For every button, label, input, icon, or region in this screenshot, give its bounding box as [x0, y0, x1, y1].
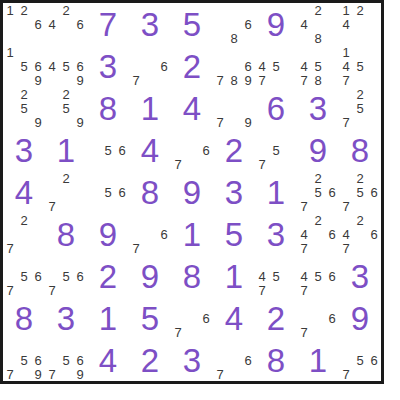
pencil-mark-4: 4: [255, 269, 269, 283]
solved-digit: 5: [225, 218, 243, 251]
cell-r5c8[interactable]: 2567: [297, 171, 340, 214]
pencil-mark-6: 6: [31, 269, 45, 283]
cell-r2c4[interactable]: 67: [129, 45, 172, 88]
pencil-slot-empty: [157, 213, 171, 227]
solved-digit: 7: [99, 8, 117, 41]
pencil-slot-empty: [297, 297, 311, 311]
pencil-slot-empty: [185, 143, 199, 157]
pencil-slot-empty: [3, 213, 17, 227]
pencil-mark-2: 2: [353, 3, 367, 17]
pencil-slot-empty: [311, 227, 325, 241]
pencil-slot-empty: [101, 157, 115, 171]
cell-r8c5[interactable]: 67: [171, 297, 214, 340]
pencil-slot-empty: [269, 129, 283, 143]
pencil-mark-5: 5: [59, 269, 73, 283]
pencil-marks: 4569: [45, 45, 87, 87]
pencil-marks: 4578: [297, 45, 339, 87]
pencil-slot-empty: [367, 31, 381, 45]
pencil-slot-empty: [3, 101, 17, 115]
pencil-marks: 4567: [297, 255, 339, 297]
pencil-marks: 67: [129, 45, 171, 87]
pencil-slot-empty: [353, 45, 367, 59]
pencil-slot-empty: [227, 45, 241, 59]
pencil-mark-6: 6: [73, 59, 87, 73]
cell-r7c3[interactable]: 2: [87, 255, 131, 298]
pencil-slot-empty: [339, 171, 353, 185]
pencil-mark-5: 5: [17, 101, 31, 115]
pencil-slot-empty: [325, 283, 339, 297]
cell-r4c5[interactable]: 67: [171, 129, 214, 172]
pencil-mark-5: 5: [17, 353, 31, 367]
pencil-slot-empty: [45, 101, 59, 115]
solved-digit: 1: [99, 302, 117, 335]
pencil-mark-5: 5: [311, 269, 325, 283]
cell-r8c8[interactable]: 67: [297, 297, 340, 340]
pencil-mark-7: 7: [297, 241, 311, 255]
pencil-mark-7: 7: [339, 367, 353, 381]
pencil-mark-5: 5: [353, 185, 367, 199]
pencil-mark-6: 6: [241, 353, 255, 367]
cell-r7c7[interactable]: 457: [255, 255, 298, 298]
cell-r5c3[interactable]: 56: [87, 171, 131, 214]
pencil-slot-empty: [87, 171, 101, 185]
solved-digit: 8: [15, 302, 33, 335]
pencil-slot-empty: [115, 129, 129, 143]
pencil-slot-empty: [255, 45, 269, 59]
pencil-marks: 27: [3, 213, 45, 255]
pencil-slot-empty: [227, 115, 241, 129]
pencil-slot-empty: [73, 255, 87, 269]
pencil-slot-empty: [31, 241, 45, 255]
pencil-mark-7: 7: [45, 367, 59, 381]
cell-r4c7[interactable]: 57: [255, 129, 298, 172]
pencil-mark-2: 2: [353, 213, 367, 227]
pencil-mark-4: 4: [339, 227, 353, 241]
pencil-slot-empty: [297, 213, 311, 227]
solved-digit: 5: [183, 8, 201, 41]
cell-r8c3[interactable]: 1: [87, 297, 131, 340]
pencil-mark-5: 5: [269, 143, 283, 157]
pencil-marks: 567: [45, 255, 87, 297]
pencil-mark-6: 6: [367, 227, 381, 241]
pencil-slot-empty: [31, 45, 45, 59]
pencil-mark-7: 7: [339, 115, 353, 129]
pencil-marks: 1569: [3, 45, 45, 87]
pencil-slot-empty: [115, 199, 129, 213]
pencil-slot-empty: [143, 59, 157, 73]
pencil-mark-1: 1: [3, 3, 17, 17]
cell-r3c5[interactable]: 4: [171, 87, 214, 131]
pencil-slot-empty: [311, 255, 325, 269]
pencil-slot-empty: [3, 255, 17, 269]
cell-r6c8[interactable]: 2467: [297, 213, 340, 257]
cell-r1c7[interactable]: 9: [255, 3, 298, 46]
solved-digit: 4: [141, 134, 159, 167]
pencil-slot-empty: [311, 297, 325, 311]
pencil-slot-empty: [59, 115, 73, 129]
cell-r5c6[interactable]: 3: [213, 171, 257, 214]
pencil-slot-empty: [353, 115, 367, 129]
solved-digit: 3: [309, 92, 327, 125]
cell-r9c4[interactable]: 2: [129, 339, 172, 381]
pencil-mark-6: 6: [31, 17, 45, 31]
pencil-mark-2: 2: [59, 3, 73, 17]
pencil-mark-7: 7: [3, 283, 17, 297]
pencil-slot-empty: [45, 45, 59, 59]
pencil-slot-empty: [325, 3, 339, 17]
cell-r5c7[interactable]: 1: [255, 171, 298, 214]
solved-digit: 2: [183, 50, 201, 83]
pencil-slot-empty: [3, 59, 17, 73]
cell-r6c7[interactable]: 3: [255, 213, 298, 257]
pencil-mark-7: 7: [297, 73, 311, 87]
pencil-slot-empty: [213, 31, 227, 45]
pencil-slot-empty: [73, 87, 87, 101]
cell-r9c3[interactable]: 4: [87, 339, 131, 381]
pencil-slot-empty: [367, 241, 381, 255]
cell-r7c6[interactable]: 1: [213, 255, 257, 298]
pencil-mark-1: 1: [339, 45, 353, 59]
pencil-slot-empty: [31, 31, 45, 45]
pencil-mark-6: 6: [157, 59, 171, 73]
pencil-slot-empty: [213, 59, 227, 73]
pencil-mark-2: 2: [59, 171, 73, 185]
pencil-slot-empty: [59, 73, 73, 87]
pencil-slot-empty: [339, 339, 353, 353]
cell-r2c9[interactable]: 1457: [339, 45, 381, 88]
cell-r2c6[interactable]: 6789: [213, 45, 257, 88]
cell-r3c1[interactable]: 259: [3, 87, 46, 131]
pencil-slot-empty: [17, 255, 31, 269]
cell-r7c9[interactable]: 3: [339, 255, 381, 298]
solved-digit: 8: [267, 344, 285, 377]
cell-r2c3[interactable]: 3: [87, 45, 131, 88]
pencil-mark-7: 7: [213, 115, 227, 129]
pencil-slot-empty: [87, 129, 101, 143]
cell-r7c4[interactable]: 9: [129, 255, 172, 298]
pencil-mark-5: 5: [311, 59, 325, 73]
pencil-marks: 5679: [45, 339, 87, 381]
pencil-mark-6: 6: [325, 185, 339, 199]
cell-r3c6[interactable]: 79: [213, 87, 257, 131]
pencil-mark-6: 6: [325, 269, 339, 283]
cell-r2c7[interactable]: 457: [255, 45, 298, 88]
cell-r1c8[interactable]: 248: [297, 3, 340, 46]
cell-r4c4[interactable]: 4: [129, 129, 172, 172]
solved-digit: 3: [99, 50, 117, 83]
pencil-slot-empty: [339, 185, 353, 199]
pencil-slot-empty: [31, 339, 45, 353]
pencil-slot-empty: [143, 73, 157, 87]
pencil-slot-empty: [367, 199, 381, 213]
pencil-slot-empty: [283, 73, 297, 87]
pencil-slot-empty: [199, 157, 213, 171]
pencil-slot-empty: [171, 297, 185, 311]
pencil-slot-empty: [297, 3, 311, 17]
solved-digit: 1: [183, 218, 201, 251]
cell-r1c9[interactable]: 124: [339, 3, 381, 46]
pencil-slot-empty: [17, 73, 31, 87]
pencil-mark-2: 2: [59, 87, 73, 101]
pencil-slot-empty: [269, 283, 283, 297]
pencil-slot-empty: [325, 213, 339, 227]
cell-r4c3[interactable]: 56: [87, 129, 131, 172]
pencil-mark-5: 5: [269, 269, 283, 283]
solved-digit: 4: [183, 92, 201, 125]
cell-r1c1[interactable]: 126: [3, 3, 46, 46]
cell-r1c2[interactable]: 246: [45, 3, 88, 46]
pencil-slot-empty: [87, 143, 101, 157]
pencil-marks: 259: [3, 87, 45, 129]
cell-r8c1[interactable]: 8: [3, 297, 46, 340]
pencil-slot-empty: [199, 129, 213, 143]
pencil-slot-empty: [3, 17, 17, 31]
cell-r7c2[interactable]: 567: [45, 255, 88, 298]
pencil-slot-empty: [311, 199, 325, 213]
cell-r7c1[interactable]: 567: [3, 255, 46, 298]
pencil-slot-empty: [213, 101, 227, 115]
pencil-slot-empty: [31, 87, 45, 101]
pencil-slot-empty: [17, 31, 31, 45]
pencil-marks: 259: [45, 87, 87, 129]
solved-digit: 1: [225, 260, 243, 293]
solved-digit: 1: [309, 344, 327, 377]
pencil-slot-empty: [3, 73, 17, 87]
cell-r3c3[interactable]: 8: [87, 87, 131, 131]
cell-r5c1[interactable]: 4: [3, 171, 46, 214]
pencil-slot-empty: [157, 45, 171, 59]
pencil-mark-2: 2: [311, 171, 325, 185]
pencil-marks: 1457: [339, 45, 381, 87]
pencil-slot-empty: [367, 87, 381, 101]
cell-r2c8[interactable]: 4578: [297, 45, 340, 88]
pencil-marks: 567: [3, 255, 45, 297]
cell-r3c8[interactable]: 3: [297, 87, 340, 131]
pencil-slot-empty: [87, 185, 101, 199]
pencil-slot-empty: [283, 45, 297, 59]
pencil-mark-7: 7: [45, 283, 59, 297]
cell-r6c1[interactable]: 27: [3, 213, 46, 257]
pencil-slot-empty: [367, 101, 381, 115]
pencil-mark-4: 4: [297, 17, 311, 31]
pencil-slot-empty: [367, 59, 381, 73]
cell-r6c6[interactable]: 5: [213, 213, 257, 257]
pencil-mark-1: 1: [3, 45, 17, 59]
pencil-slot-empty: [213, 3, 227, 17]
cell-r1c3[interactable]: 7: [87, 3, 131, 46]
pencil-slot-empty: [353, 31, 367, 45]
pencil-slot-empty: [17, 283, 31, 297]
cell-r4c1[interactable]: 3: [3, 129, 46, 172]
cell-r8c6[interactable]: 4: [213, 297, 257, 340]
pencil-slot-empty: [73, 3, 87, 17]
pencil-mark-9: 9: [241, 115, 255, 129]
pencil-mark-8: 8: [311, 73, 325, 87]
cell-r3c4[interactable]: 1: [129, 87, 172, 131]
cell-r4c9[interactable]: 8: [339, 129, 381, 172]
pencil-slot-empty: [353, 339, 367, 353]
pencil-mark-5: 5: [59, 59, 73, 73]
pencil-mark-8: 8: [227, 73, 241, 87]
cell-r6c2[interactable]: 8: [45, 213, 88, 257]
pencil-marks: 567: [339, 339, 381, 381]
cell-r6c5[interactable]: 1: [171, 213, 214, 257]
pencil-mark-7: 7: [129, 73, 143, 87]
pencil-slot-empty: [297, 31, 311, 45]
pencil-slot-empty: [129, 59, 143, 73]
pencil-mark-7: 7: [339, 241, 353, 255]
pencil-marks: 27: [45, 171, 87, 213]
pencil-marks: 79: [213, 87, 255, 129]
cell-r9c8[interactable]: 1: [297, 339, 340, 381]
solved-digit: 2: [141, 344, 159, 377]
cell-r8c7[interactable]: 2: [255, 297, 298, 340]
pencil-slot-empty: [129, 213, 143, 227]
pencil-slot-empty: [311, 325, 325, 339]
cell-r9c5[interactable]: 3: [171, 339, 214, 381]
pencil-slot-empty: [227, 59, 241, 73]
pencil-slot-empty: [143, 227, 157, 241]
pencil-slot-empty: [241, 367, 255, 381]
pencil-slot-empty: [367, 17, 381, 31]
pencil-marks: 248: [297, 3, 339, 45]
solved-digit: 2: [225, 134, 243, 167]
pencil-mark-5: 5: [353, 101, 367, 115]
cell-r7c8[interactable]: 4567: [297, 255, 340, 298]
cell-r6c4[interactable]: 67: [129, 213, 172, 257]
pencil-marks: 6789: [213, 45, 255, 87]
cell-r1c5[interactable]: 5: [171, 3, 214, 46]
pencil-slot-empty: [283, 157, 297, 171]
pencil-slot-empty: [367, 3, 381, 17]
cell-r5c4[interactable]: 8: [129, 171, 172, 214]
pencil-mark-7: 7: [297, 283, 311, 297]
cell-r3c7[interactable]: 6: [255, 87, 298, 131]
cell-r3c9[interactable]: 257: [339, 87, 381, 131]
pencil-mark-2: 2: [353, 87, 367, 101]
pencil-slot-empty: [297, 311, 311, 325]
pencil-slot-empty: [73, 185, 87, 199]
solved-digit: 8: [57, 218, 75, 251]
cell-r2c2[interactable]: 4569: [45, 45, 88, 88]
cell-r2c1[interactable]: 1569: [3, 45, 46, 88]
pencil-slot-empty: [73, 339, 87, 353]
solved-digit: 5: [141, 302, 159, 335]
pencil-slot-empty: [325, 255, 339, 269]
pencil-slot-empty: [325, 297, 339, 311]
pencil-mark-8: 8: [311, 31, 325, 45]
solved-digit: 3: [15, 134, 33, 167]
cell-r9c6[interactable]: 67: [213, 339, 257, 381]
cell-r4c8[interactable]: 9: [297, 129, 340, 172]
pencil-slot-empty: [45, 73, 59, 87]
pencil-slot-empty: [17, 115, 31, 129]
pencil-mark-8: 8: [227, 31, 241, 45]
pencil-slot-empty: [101, 171, 115, 185]
cell-r9c2[interactable]: 5679: [45, 339, 88, 381]
pencil-slot-empty: [367, 115, 381, 129]
pencil-mark-7: 7: [129, 241, 143, 255]
pencil-slot-empty: [283, 129, 297, 143]
solved-digit: 3: [351, 260, 369, 293]
cell-r9c1[interactable]: 5679: [3, 339, 46, 381]
solved-digit: 9: [183, 176, 201, 209]
cell-r2c5[interactable]: 2: [171, 45, 214, 88]
pencil-slot-empty: [87, 199, 101, 213]
pencil-slot-empty: [255, 255, 269, 269]
pencil-mark-5: 5: [17, 269, 31, 283]
pencil-slot-empty: [339, 213, 353, 227]
cell-r6c3[interactable]: 9: [87, 213, 131, 257]
cell-r1c6[interactable]: 68: [213, 3, 257, 46]
cell-r8c4[interactable]: 5: [129, 297, 172, 340]
pencil-mark-5: 5: [101, 143, 115, 157]
pencil-slot-empty: [325, 171, 339, 185]
pencil-mark-5: 5: [59, 101, 73, 115]
pencil-mark-7: 7: [3, 241, 17, 255]
pencil-mark-6: 6: [241, 59, 255, 73]
pencil-mark-2: 2: [353, 171, 367, 185]
pencil-slot-empty: [3, 353, 17, 367]
cell-r9c9[interactable]: 567: [339, 339, 381, 381]
pencil-slot-empty: [283, 59, 297, 73]
pencil-slot-empty: [353, 17, 367, 31]
solved-digit: 4: [15, 176, 33, 209]
pencil-slot-empty: [45, 353, 59, 367]
solved-digit: 9: [99, 218, 117, 251]
cell-r8c9[interactable]: 9: [339, 297, 381, 340]
pencil-mark-6: 6: [325, 311, 339, 325]
pencil-slot-empty: [115, 171, 129, 185]
pencil-slot-empty: [3, 115, 17, 129]
cell-r9c7[interactable]: 8: [255, 339, 298, 381]
cell-r1c4[interactable]: 3: [129, 3, 172, 46]
pencil-slot-empty: [115, 157, 129, 171]
pencil-slot-empty: [325, 199, 339, 213]
pencil-mark-5: 5: [101, 185, 115, 199]
pencil-mark-1: 1: [339, 3, 353, 17]
pencil-marks: 126: [3, 3, 45, 45]
cell-r4c6[interactable]: 2: [213, 129, 257, 172]
pencil-mark-4: 4: [45, 17, 59, 31]
cell-r5c2[interactable]: 27: [45, 171, 88, 214]
pencil-mark-7: 7: [255, 157, 269, 171]
pencil-mark-5: 5: [311, 185, 325, 199]
cell-r5c9[interactable]: 2567: [339, 171, 381, 214]
solved-digit: 3: [57, 302, 75, 335]
solved-digit: 8: [183, 260, 201, 293]
cell-r7c5[interactable]: 8: [171, 255, 214, 298]
pencil-marks: 457: [255, 45, 297, 87]
pencil-slot-empty: [283, 143, 297, 157]
pencil-slot-empty: [59, 31, 73, 45]
pencil-slot-empty: [367, 213, 381, 227]
pencil-mark-9: 9: [73, 73, 87, 87]
pencil-slot-empty: [227, 3, 241, 17]
cell-r3c2[interactable]: 259: [45, 87, 88, 131]
cell-r4c2[interactable]: 1: [45, 129, 88, 172]
pencil-mark-5: 5: [269, 59, 283, 73]
pencil-slot-empty: [3, 31, 17, 45]
pencil-mark-5: 5: [353, 353, 367, 367]
pencil-slot-empty: [185, 129, 199, 143]
pencil-slot-empty: [45, 115, 59, 129]
pencil-marks: 124: [339, 3, 381, 45]
cell-r8c2[interactable]: 3: [45, 297, 88, 340]
pencil-mark-9: 9: [31, 73, 45, 87]
cell-r6c9[interactable]: 2467: [339, 213, 381, 257]
cell-r5c5[interactable]: 9: [171, 171, 214, 214]
